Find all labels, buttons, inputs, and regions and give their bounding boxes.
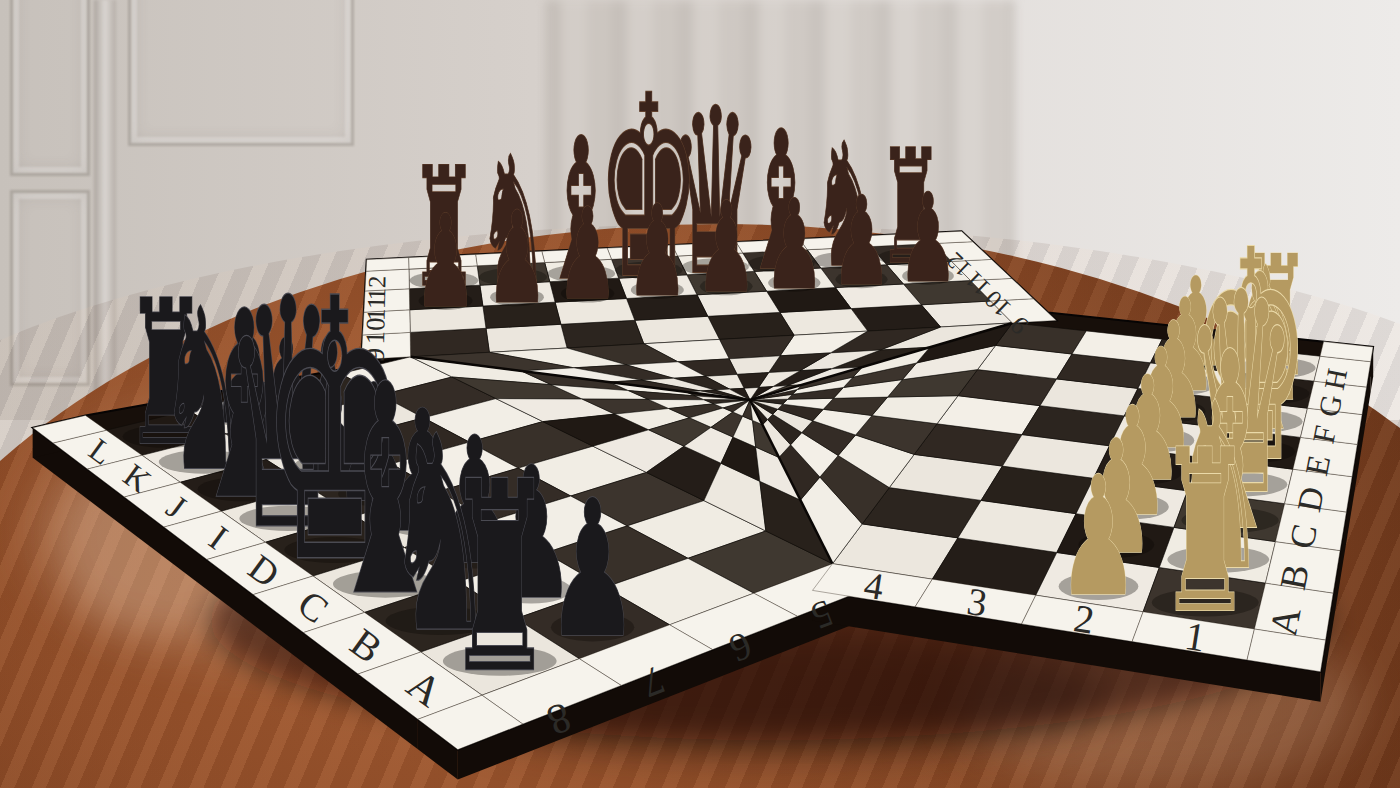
- piece-brown-P[interactable]: ♟: [414, 187, 477, 336]
- piece-brown-P[interactable]: ♟: [695, 175, 757, 321]
- piece-brown-P[interactable]: ♟: [486, 184, 549, 331]
- scene: LKJIDCBA56784321ABCDEFGH91011129101112♜♞…: [0, 0, 1400, 788]
- piece-brown-P[interactable]: ♟: [764, 172, 825, 317]
- piece-gold-R[interactable]: ♜: [1159, 402, 1251, 663]
- piece-brown-P[interactable]: ♟: [557, 182, 619, 328]
- piece-brown-P[interactable]: ♟: [831, 170, 892, 313]
- piece-brown-P[interactable]: ♟: [626, 178, 688, 324]
- piece-brown-P[interactable]: ♟: [898, 167, 959, 310]
- piece-gold-P[interactable]: ♟: [1058, 440, 1139, 632]
- piece-black-P[interactable]: ♟: [546, 459, 639, 680]
- piece-black-R[interactable]: ♜: [446, 426, 554, 730]
- three-player-chess-board[interactable]: LKJIDCBA56784321ABCDEFGH91011129101112♜♞…: [0, 0, 1400, 788]
